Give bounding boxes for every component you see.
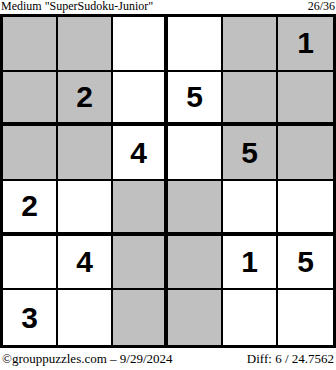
cell-r2c3[interactable] (113, 72, 168, 127)
cell-r1c4[interactable] (168, 17, 223, 72)
cell-r5c5-given[interactable]: 1 (223, 236, 278, 291)
cell-r3c3-given[interactable]: 4 (113, 126, 168, 181)
cell-r6c6[interactable] (278, 290, 333, 345)
cell-r1c5[interactable] (223, 17, 278, 72)
cell-r5c2-given[interactable]: 4 (58, 236, 113, 291)
cell-r3c1[interactable] (3, 126, 58, 181)
cell-r1c2[interactable] (58, 17, 113, 72)
puzzle-title: Medium "SuperSudoku-Junior" (1, 0, 153, 13)
cell-r4c1-given[interactable]: 2 (3, 181, 58, 236)
cell-r6c5[interactable] (223, 290, 278, 345)
cell-r2c5[interactable] (223, 72, 278, 127)
cell-r5c3[interactable] (113, 236, 168, 291)
cell-r4c2[interactable] (58, 181, 113, 236)
cell-r6c4[interactable] (168, 290, 223, 345)
cell-r1c3[interactable] (113, 17, 168, 72)
puzzle-page: Medium "SuperSudoku-Junior" 26/36 125452… (0, 0, 336, 370)
cell-r3c2[interactable] (58, 126, 113, 181)
cell-r2c2-given[interactable]: 2 (58, 72, 113, 127)
cell-r4c6[interactable] (278, 181, 333, 236)
copyright-source-date: ©grouppuzzles.com – 9/29/2024 (2, 351, 173, 367)
cell-r6c2[interactable] (58, 290, 113, 345)
cell-r4c5[interactable] (223, 181, 278, 236)
cell-r6c1-given[interactable]: 3 (3, 290, 58, 345)
remaining-counter: 26/36 (308, 0, 335, 13)
cell-r3c5-given[interactable]: 5 (223, 126, 278, 181)
cell-r1c1[interactable] (3, 17, 58, 72)
cell-r5c4[interactable] (168, 236, 223, 291)
cell-r5c1[interactable] (3, 236, 58, 291)
cell-r6c3[interactable] (113, 290, 168, 345)
puzzle-header: Medium "SuperSudoku-Junior" 26/36 (0, 0, 336, 14)
cell-r1c6-given[interactable]: 1 (278, 17, 333, 72)
cell-r5c6-given[interactable]: 5 (278, 236, 333, 291)
cell-r3c6[interactable] (278, 126, 333, 181)
cell-r3c4[interactable] (168, 126, 223, 181)
puzzle-footer: ©grouppuzzles.com – 9/29/2024 Diff: 6 / … (0, 348, 336, 370)
cell-r2c6[interactable] (278, 72, 333, 127)
sudoku-board: 1254524153 (0, 14, 336, 348)
cell-r4c3[interactable] (113, 181, 168, 236)
cell-r2c4-given[interactable]: 5 (168, 72, 223, 127)
cell-r4c4[interactable] (168, 181, 223, 236)
cell-r2c1[interactable] (3, 72, 58, 127)
difficulty-rating: Diff: 6 / 24.7562 (247, 351, 334, 367)
